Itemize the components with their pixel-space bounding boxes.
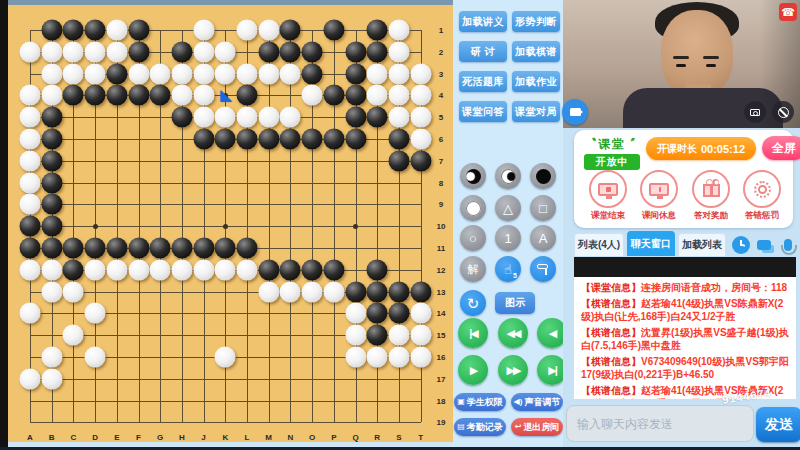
row-label: 8 — [439, 178, 443, 187]
black-stone[interactable] — [63, 20, 84, 41]
tab-user-list[interactable]: 列表(4人) — [574, 233, 624, 256]
student-permission-button[interactable]: ▣学生权限 — [454, 393, 506, 411]
row-label: 15 — [437, 331, 446, 340]
white-stone[interactable] — [20, 368, 41, 389]
col-label: C — [71, 433, 77, 442]
black-stone[interactable] — [367, 259, 388, 280]
black-stone[interactable] — [280, 259, 301, 280]
black-stone[interactable] — [323, 259, 344, 280]
black-stone[interactable] — [345, 41, 366, 62]
chat-message-tag: 【棋谱信息】 — [581, 327, 641, 338]
white-stone[interactable] — [20, 41, 41, 62]
black-stone[interactable] — [63, 85, 84, 106]
black-stone[interactable] — [410, 281, 431, 302]
left-edge-strip — [0, 0, 8, 450]
microphone-icon — [784, 239, 792, 251]
black-stone[interactable] — [237, 85, 258, 106]
black-stone[interactable] — [345, 85, 366, 106]
triangle-mark-tool[interactable]: △ — [495, 195, 521, 221]
black-stone[interactable] — [367, 281, 388, 302]
black-stone[interactable] — [63, 238, 84, 259]
collapsed-banner — [574, 257, 796, 277]
circle-icon: ○ — [469, 232, 477, 245]
circle-mark-tool[interactable]: ○ — [460, 225, 486, 251]
white-stone[interactable] — [41, 85, 62, 106]
last-move-triangle-marker: ◣ — [221, 88, 233, 103]
col-label: Q — [352, 433, 358, 442]
row-label: 1 — [439, 26, 443, 35]
black-stone[interactable] — [41, 129, 62, 150]
monitor-icon — [598, 183, 618, 196]
grid-line-h — [30, 422, 421, 423]
black-stone[interactable] — [367, 303, 388, 324]
white-stone[interactable] — [20, 107, 41, 128]
black-stone[interactable] — [280, 129, 301, 150]
col-label: D — [92, 433, 98, 442]
white-stone[interactable] — [150, 63, 171, 84]
black-stone[interactable] — [63, 259, 84, 280]
white-stone[interactable] — [410, 303, 431, 324]
row-label: 18 — [437, 396, 446, 405]
star-point — [353, 224, 358, 229]
white-stone[interactable] — [20, 259, 41, 280]
black-stone[interactable] — [193, 129, 214, 150]
white-stone[interactable] — [41, 41, 62, 62]
white-stone[interactable] — [345, 347, 366, 368]
black-stone[interactable] — [128, 20, 149, 41]
white-stone[interactable] — [193, 63, 214, 84]
black-stone[interactable] — [171, 238, 192, 259]
black-stone[interactable] — [345, 63, 366, 84]
row-label: 12 — [437, 265, 446, 274]
black-stone[interactable] — [85, 85, 106, 106]
black-stone[interactable] — [237, 238, 258, 259]
white-stone[interactable] — [388, 41, 409, 62]
chat-message-tag: 【棋谱信息】 — [581, 298, 641, 309]
white-stone[interactable] — [215, 107, 236, 128]
black-stone[interactable] — [302, 41, 323, 62]
load-kifu-button[interactable]: 加载棋谱 — [512, 41, 560, 62]
white-stone[interactable] — [128, 259, 149, 280]
alt-black-stone-tool[interactable] — [460, 163, 486, 189]
star-point — [93, 224, 98, 229]
black-stone[interactable] — [410, 150, 431, 171]
reset-board-tool[interactable]: ↻ — [460, 290, 486, 316]
nav-fast-forward-button[interactable]: ▶▶ — [498, 355, 528, 385]
white-stone[interactable] — [171, 63, 192, 84]
jie-icon: 解 — [468, 263, 479, 276]
white-stone[interactable] — [63, 325, 84, 346]
col-label: O — [309, 433, 315, 442]
black-stone[interactable] — [345, 107, 366, 128]
hand-pointer-icon: ☝5 — [504, 262, 512, 277]
exit-room-button[interactable]: ↩退出房间 — [511, 418, 563, 436]
white-stone[interactable] — [345, 303, 366, 324]
row-label: 7 — [439, 156, 443, 165]
call-status-button[interactable]: ☎ — [779, 3, 797, 21]
medal-icon — [754, 181, 771, 198]
black-stone[interactable] — [258, 41, 279, 62]
white-stone[interactable] — [20, 194, 41, 215]
triangle-icon: △ — [503, 202, 513, 215]
number-icon: 1 — [504, 232, 511, 245]
white-stone[interactable] — [193, 85, 214, 106]
class-game-button[interactable]: 课堂对局 — [512, 101, 560, 122]
diagram-button[interactable]: 图示 — [495, 292, 535, 314]
answer-tool[interactable]: 解 — [460, 256, 486, 282]
white-stone[interactable] — [237, 107, 258, 128]
videocam-icon — [570, 108, 581, 116]
white-stone[interactable] — [150, 259, 171, 280]
black-stone[interactable] — [41, 194, 62, 215]
chat-input-row: 发送 — [566, 405, 800, 443]
white-stone[interactable] — [367, 347, 388, 368]
white-black-stone-icon — [501, 169, 516, 184]
black-stone[interactable] — [41, 216, 62, 237]
black-stone[interactable] — [237, 129, 258, 150]
chat-bubbles-button[interactable] — [753, 234, 775, 256]
white-stone[interactable] — [106, 41, 127, 62]
black-stone[interactable] — [367, 41, 388, 62]
refresh-icon: ↻ — [467, 297, 480, 310]
black-stone[interactable] — [85, 20, 106, 41]
number-mark-tool[interactable]: 1 — [495, 225, 521, 251]
white-stone[interactable] — [85, 41, 106, 62]
black-stone[interactable] — [128, 85, 149, 106]
col-label: B — [49, 433, 55, 442]
class-break-button[interactable]: 课间休息 — [633, 170, 685, 222]
white-stone[interactable] — [20, 85, 41, 106]
chat-message: 【棋谱信息】V673409649(10级)执黑VS郭宇阳17(9级)执白(0,2… — [581, 355, 789, 382]
white-stone[interactable] — [323, 281, 344, 302]
col-label: L — [245, 433, 250, 442]
white-stone[interactable] — [302, 85, 323, 106]
alt-white-stone-tool[interactable] — [495, 163, 521, 189]
white-stone[interactable] — [63, 63, 84, 84]
black-stone[interactable] — [41, 150, 62, 171]
class-duration-timer: 开课时长 00:05:12 — [646, 137, 756, 160]
row-label: 6 — [439, 135, 443, 144]
letter-icon: A — [539, 232, 548, 245]
black-stone[interactable] — [171, 41, 192, 62]
row-label: 14 — [437, 309, 446, 318]
row-label: 3 — [439, 69, 443, 78]
prohibit-icon — [778, 107, 789, 118]
row-label: 2 — [439, 47, 443, 56]
nav-forward-button[interactable]: ▶ — [458, 355, 488, 385]
black-stone[interactable] — [323, 85, 344, 106]
white-stone[interactable] — [280, 107, 301, 128]
white-stone[interactable] — [258, 63, 279, 84]
white-stone[interactable] — [215, 41, 236, 62]
camera-icon — [750, 109, 760, 116]
black-stone[interactable] — [388, 303, 409, 324]
letter-mark-tool[interactable]: A — [530, 225, 556, 251]
black-stone[interactable] — [41, 107, 62, 128]
black-stone-tool[interactable] — [530, 163, 556, 189]
monitor-pause-icon — [649, 183, 669, 196]
black-stone[interactable] — [20, 238, 41, 259]
fullscreen-button[interactable]: 全屏 — [762, 136, 800, 160]
duration-value: 00:05:12 — [701, 143, 745, 155]
white-stone[interactable] — [20, 172, 41, 193]
white-stone[interactable] — [193, 41, 214, 62]
black-white-stone-icon — [466, 169, 481, 184]
white-stone[interactable] — [237, 259, 258, 280]
load-homework-button[interactable]: 加载作业 — [512, 71, 560, 92]
black-stone[interactable] — [345, 281, 366, 302]
black-stone[interactable] — [106, 238, 127, 259]
white-stone[interactable] — [106, 20, 127, 41]
col-label: R — [374, 433, 380, 442]
white-stone[interactable] — [20, 303, 41, 324]
black-stone[interactable] — [171, 107, 192, 128]
col-label: K — [222, 433, 228, 442]
camera-toggle-button[interactable] — [562, 99, 588, 125]
black-stone[interactable] — [41, 172, 62, 193]
chat-message: 【棋谱信息】沈置昇(1级)执黑VS盛子越(1级)执白(7.5,146手)黑中盘胜 — [581, 326, 789, 353]
control-panel: 加载讲义 形势判断 研 讨 加载棋谱 死活题库 加载作业 课堂问答 课堂对局 △… — [453, 0, 563, 450]
white-stone[interactable] — [258, 281, 279, 302]
tab-chat-window[interactable]: 聊天窗口 — [627, 231, 675, 256]
grid-line-h — [30, 401, 421, 402]
black-stone[interactable] — [41, 20, 62, 41]
chat-message: 【棋谱信息】赵若瑜41(4级)执黑VS陈鼎新X(2级)执白(让先,168手)白2… — [581, 297, 789, 324]
col-label: E — [114, 433, 119, 442]
white-stone[interactable] — [20, 150, 41, 171]
white-stone[interactable] — [388, 347, 409, 368]
white-stone[interactable] — [367, 85, 388, 106]
tsumego-bank-button[interactable]: 死活题库 — [459, 71, 507, 92]
chat-message-list[interactable]: 【课堂信息】连接房间语音成功，房间号：118【棋谱信息】赵若瑜41(4级)执黑V… — [574, 277, 796, 399]
paint-roller-icon — [537, 263, 550, 276]
chat-message-tag: 【课堂信息】 — [581, 282, 641, 293]
white-stone[interactable] — [171, 85, 192, 106]
black-stone[interactable] — [367, 325, 388, 346]
col-label: F — [136, 433, 141, 442]
white-stone[interactable] — [388, 325, 409, 346]
white-stone[interactable] — [345, 325, 366, 346]
white-stone[interactable] — [410, 63, 431, 84]
black-stone[interactable] — [367, 20, 388, 41]
white-stone[interactable] — [258, 107, 279, 128]
black-stone[interactable] — [345, 129, 366, 150]
speaker-icon: ◀) — [514, 398, 523, 406]
black-stone[interactable] — [128, 41, 149, 62]
black-stone[interactable] — [258, 129, 279, 150]
square-mark-tool[interactable]: □ — [530, 195, 556, 221]
col-label: A — [27, 433, 33, 442]
black-stone[interactable] — [302, 129, 323, 150]
black-stone[interactable] — [302, 63, 323, 84]
white-stone-icon — [466, 201, 481, 216]
go-board[interactable]: ABCDEFGHJKLMNOPQRST123456789101112131415… — [8, 5, 453, 445]
sound-adjust-button[interactable]: ◀)声音调节 — [511, 393, 563, 411]
white-stone[interactable] — [302, 281, 323, 302]
square-icon: □ — [539, 202, 547, 215]
duration-label: 开课时长 — [657, 142, 697, 156]
black-stone[interactable] — [323, 20, 344, 41]
white-stone[interactable] — [85, 63, 106, 84]
row-label: 16 — [437, 353, 446, 362]
white-stone[interactable] — [237, 20, 258, 41]
clock-icon — [732, 236, 750, 254]
white-stone-tool[interactable] — [460, 195, 486, 221]
row-label: 11 — [437, 244, 445, 253]
nav-first-button[interactable]: |◀ — [458, 318, 488, 348]
white-stone[interactable] — [215, 347, 236, 368]
app-window: ABCDEFGHJKLMNOPQRST123456789101112131415… — [0, 0, 800, 450]
white-stone[interactable] — [388, 63, 409, 84]
row-label: 9 — [439, 200, 443, 209]
white-stone[interactable] — [41, 368, 62, 389]
black-stone[interactable] — [85, 238, 106, 259]
attendance-record-button[interactable]: ▤考勤记录 — [454, 418, 506, 436]
star-point — [223, 224, 228, 229]
person-frame-icon: ▣ — [457, 398, 465, 406]
white-stone[interactable] — [63, 41, 84, 62]
load-lecture-button[interactable]: 加载讲义 — [459, 11, 507, 32]
chat-message: 【课堂信息】连接房间语音成功，房间号：118 — [581, 281, 789, 295]
black-stone[interactable] — [302, 259, 323, 280]
white-stone[interactable] — [215, 63, 236, 84]
white-stone[interactable] — [280, 281, 301, 302]
black-stone[interactable] — [150, 238, 171, 259]
row-label: 17 — [437, 374, 446, 383]
grid-line-v — [269, 30, 270, 422]
row-label: 13 — [437, 287, 446, 296]
chat-input[interactable] — [566, 405, 754, 442]
class-status-card: 〝课堂〞 开放中 开课时长 00:05:12 全屏 课堂结束 课间休息 答对奖励… — [574, 130, 793, 228]
white-stone[interactable] — [20, 129, 41, 150]
chat-message-text: 连接房间语音成功，房间号：118 — [641, 282, 787, 293]
row-label: 4 — [439, 91, 443, 100]
col-label: M — [265, 433, 272, 442]
grid-line-v — [290, 30, 291, 422]
white-stone[interactable] — [388, 107, 409, 128]
white-stone[interactable] — [85, 259, 106, 280]
white-stone[interactable] — [215, 259, 236, 280]
reward-correct-button[interactable]: 答对奖励 — [685, 170, 737, 222]
white-stone[interactable] — [280, 63, 301, 84]
white-stone[interactable] — [41, 259, 62, 280]
row-label: 19 — [437, 418, 446, 427]
white-stone[interactable] — [410, 347, 431, 368]
black-stone[interactable] — [41, 238, 62, 259]
col-label: G — [157, 433, 163, 442]
judge-position-button[interactable]: 形势判断 — [512, 11, 560, 32]
black-stone[interactable] — [258, 259, 279, 280]
white-stone[interactable] — [193, 259, 214, 280]
black-stone[interactable] — [193, 238, 214, 259]
white-stone[interactable] — [41, 281, 62, 302]
white-stone[interactable] — [85, 303, 106, 324]
col-label: P — [331, 433, 336, 442]
white-stone[interactable] — [193, 20, 214, 41]
col-label: N — [288, 433, 294, 442]
white-stone[interactable] — [41, 347, 62, 368]
black-stone[interactable] — [20, 216, 41, 237]
black-stone-icon — [536, 169, 551, 184]
class-qa-button[interactable]: 课堂问答 — [459, 101, 507, 122]
black-stone[interactable] — [150, 85, 171, 106]
chat-message-tag: 【棋谱信息】 — [581, 385, 641, 396]
col-label: T — [418, 433, 423, 442]
black-stone[interactable] — [388, 281, 409, 302]
white-stone[interactable] — [367, 63, 388, 84]
white-stone[interactable] — [106, 259, 127, 280]
row-label: 5 — [439, 113, 443, 122]
black-stone[interactable] — [323, 129, 344, 150]
black-stone[interactable] — [128, 238, 149, 259]
nav-fast-back-button[interactable]: ◀◀ — [498, 318, 528, 348]
white-stone[interactable] — [63, 281, 84, 302]
class-badge-title: 〝课堂〞 — [584, 136, 640, 153]
white-stone[interactable] — [410, 325, 431, 346]
col-label: J — [201, 433, 205, 442]
grid-line-h — [30, 379, 421, 380]
tab-load-list[interactable]: 加载列表 — [678, 233, 726, 256]
mute-video-button[interactable] — [772, 101, 794, 123]
chat-message-tag: 【棋谱信息】 — [581, 356, 641, 367]
phone-icon: ☎ — [781, 6, 795, 19]
send-button[interactable]: 发送 — [756, 407, 800, 442]
row-label: 10 — [437, 222, 446, 231]
punish-wrong-button[interactable]: 答错惩罚 — [736, 170, 788, 222]
black-stone[interactable] — [280, 20, 301, 41]
white-stone[interactable] — [85, 347, 106, 368]
black-stone[interactable] — [388, 150, 409, 171]
white-stone[interactable] — [128, 63, 149, 84]
white-stone[interactable] — [171, 259, 192, 280]
black-stone[interactable] — [215, 238, 236, 259]
brush-tool[interactable] — [530, 256, 556, 282]
white-stone[interactable] — [410, 129, 431, 150]
col-label: S — [396, 433, 401, 442]
white-stone[interactable] — [237, 63, 258, 84]
white-stone[interactable] — [193, 107, 214, 128]
gift-icon — [703, 184, 720, 197]
class-open-badge: 开放中 — [584, 154, 640, 170]
exit-door-icon: ↩ — [515, 423, 522, 431]
black-stone[interactable] — [367, 107, 388, 128]
snapshot-button[interactable] — [744, 101, 766, 123]
white-stone[interactable] — [388, 85, 409, 106]
black-stone[interactable] — [215, 129, 236, 150]
white-stone[interactable] — [410, 107, 431, 128]
black-stone[interactable] — [280, 41, 301, 62]
voice-mic-button[interactable] — [777, 234, 799, 256]
white-stone[interactable] — [258, 20, 279, 41]
black-stone[interactable] — [388, 129, 409, 150]
discuss-button[interactable]: 研 讨 — [459, 41, 507, 62]
try-move-tool[interactable]: ☝5 — [495, 256, 521, 282]
black-stone[interactable] — [106, 63, 127, 84]
history-clock-button[interactable] — [730, 234, 752, 256]
white-stone[interactable] — [388, 20, 409, 41]
record-card-icon: ▤ — [457, 423, 465, 431]
black-stone[interactable] — [106, 85, 127, 106]
white-stone[interactable] — [410, 85, 431, 106]
end-class-button[interactable]: 课堂结束 — [582, 170, 634, 222]
chat-bubbles-icon — [757, 240, 771, 250]
col-label: H — [179, 433, 185, 442]
white-stone[interactable] — [41, 63, 62, 84]
